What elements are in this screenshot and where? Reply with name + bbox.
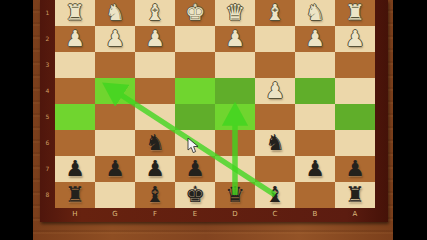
black-p-piece: ♟: [295, 156, 335, 182]
square-b4[interactable]: [295, 78, 335, 104]
rank-label: 4: [40, 78, 55, 104]
square-c5[interactable]: [255, 104, 295, 130]
black-p-piece: ♟: [335, 156, 375, 182]
square-a4[interactable]: [335, 78, 375, 104]
square-h1[interactable]: ♜: [55, 0, 95, 26]
white-r-piece: ♜: [55, 0, 95, 26]
white-p-piece: ♟: [95, 26, 135, 52]
file-label: A: [335, 208, 375, 222]
white-n-piece: ♞: [95, 0, 135, 26]
square-c1[interactable]: ♝: [255, 0, 295, 26]
black-k-piece: ♚: [175, 182, 215, 208]
chess-board-frame: 12345678 ♜♞♝♚♛♝♞♜♟♟♟♟♟♟♟♞♞♟♟♟♟♟♟♜♝♚♛♝♜ H…: [40, 0, 388, 222]
square-h7[interactable]: ♟: [55, 156, 95, 182]
square-g6[interactable]: [95, 130, 135, 156]
rank-label: 8: [40, 182, 55, 208]
square-g8[interactable]: [95, 182, 135, 208]
file-label: D: [215, 208, 255, 222]
square-d8[interactable]: ♛: [215, 182, 255, 208]
square-f5[interactable]: [135, 104, 175, 130]
square-e6[interactable]: [175, 130, 215, 156]
square-d4[interactable]: [215, 78, 255, 104]
rank-label: 5: [40, 104, 55, 130]
square-b3[interactable]: [295, 52, 335, 78]
black-n-piece: ♞: [135, 130, 175, 156]
square-f6[interactable]: ♞: [135, 130, 175, 156]
square-a3[interactable]: [335, 52, 375, 78]
square-e3[interactable]: [175, 52, 215, 78]
file-label: H: [55, 208, 95, 222]
black-r-piece: ♜: [335, 182, 375, 208]
white-b-piece: ♝: [255, 0, 295, 26]
square-e4[interactable]: [175, 78, 215, 104]
black-p-piece: ♟: [95, 156, 135, 182]
square-b5[interactable]: [295, 104, 335, 130]
black-n-piece: ♞: [255, 130, 295, 156]
white-p-piece: ♟: [335, 26, 375, 52]
white-p-piece: ♟: [55, 26, 95, 52]
rank-labels: 12345678: [40, 0, 55, 208]
square-h2[interactable]: ♟: [55, 26, 95, 52]
square-a6[interactable]: [335, 130, 375, 156]
white-q-piece: ♛: [215, 0, 255, 26]
black-q-piece: ♛: [215, 182, 255, 208]
square-f3[interactable]: [135, 52, 175, 78]
square-g3[interactable]: [95, 52, 135, 78]
square-c8[interactable]: ♝: [255, 182, 295, 208]
black-p-piece: ♟: [55, 156, 95, 182]
square-e1[interactable]: ♚: [175, 0, 215, 26]
square-g5[interactable]: [95, 104, 135, 130]
black-p-piece: ♟: [135, 156, 175, 182]
square-c7[interactable]: [255, 156, 295, 182]
white-r-piece: ♜: [335, 0, 375, 26]
rank-label: 1: [40, 0, 55, 26]
square-a2[interactable]: ♟: [335, 26, 375, 52]
square-e7[interactable]: ♟: [175, 156, 215, 182]
square-d1[interactable]: ♛: [215, 0, 255, 26]
letterbox-bar-left: [0, 0, 33, 240]
square-b2[interactable]: ♟: [295, 26, 335, 52]
square-f2[interactable]: ♟: [135, 26, 175, 52]
black-p-piece: ♟: [175, 156, 215, 182]
square-e5[interactable]: [175, 104, 215, 130]
square-b8[interactable]: [295, 182, 335, 208]
file-labels: HGFEDCBA: [55, 208, 375, 222]
letterbox-bar-right: [393, 0, 427, 240]
chess-board[interactable]: ♜♞♝♚♛♝♞♜♟♟♟♟♟♟♟♞♞♟♟♟♟♟♟♜♝♚♛♝♜: [55, 0, 375, 208]
rank-label: 2: [40, 26, 55, 52]
square-d7[interactable]: [215, 156, 255, 182]
file-label: G: [95, 208, 135, 222]
square-c2[interactable]: [255, 26, 295, 52]
square-c3[interactable]: [255, 52, 295, 78]
black-b-piece: ♝: [135, 182, 175, 208]
square-c4[interactable]: ♟: [255, 78, 295, 104]
square-d6[interactable]: [215, 130, 255, 156]
square-h3[interactable]: [55, 52, 95, 78]
square-h8[interactable]: ♜: [55, 182, 95, 208]
square-f8[interactable]: ♝: [135, 182, 175, 208]
square-h5[interactable]: [55, 104, 95, 130]
square-g7[interactable]: ♟: [95, 156, 135, 182]
white-p-piece: ♟: [215, 26, 255, 52]
square-d3[interactable]: [215, 52, 255, 78]
square-g1[interactable]: ♞: [95, 0, 135, 26]
rank-label: 6: [40, 130, 55, 156]
square-a1[interactable]: ♜: [335, 0, 375, 26]
black-b-piece: ♝: [255, 182, 295, 208]
square-a7[interactable]: ♟: [335, 156, 375, 182]
square-d2[interactable]: ♟: [215, 26, 255, 52]
square-e2[interactable]: [175, 26, 215, 52]
file-label: F: [135, 208, 175, 222]
rank-label: 3: [40, 52, 55, 78]
square-f7[interactable]: ♟: [135, 156, 175, 182]
square-f4[interactable]: [135, 78, 175, 104]
white-p-piece: ♟: [295, 26, 335, 52]
square-d5[interactable]: [215, 104, 255, 130]
square-b7[interactable]: ♟: [295, 156, 335, 182]
square-f1[interactable]: ♝: [135, 0, 175, 26]
file-label: E: [175, 208, 215, 222]
square-g2[interactable]: ♟: [95, 26, 135, 52]
file-label: B: [295, 208, 335, 222]
black-r-piece: ♜: [55, 182, 95, 208]
square-c6[interactable]: ♞: [255, 130, 295, 156]
white-p-piece: ♟: [135, 26, 175, 52]
square-h4[interactable]: [55, 78, 95, 104]
square-b1[interactable]: ♞: [295, 0, 335, 26]
rank-label: 7: [40, 156, 55, 182]
square-b6[interactable]: [295, 130, 335, 156]
square-h6[interactable]: [55, 130, 95, 156]
white-n-piece: ♞: [295, 0, 335, 26]
square-g4[interactable]: [95, 78, 135, 104]
white-b-piece: ♝: [135, 0, 175, 26]
video-frame: 12345678 ♜♞♝♚♛♝♞♜♟♟♟♟♟♟♟♞♞♟♟♟♟♟♟♜♝♚♛♝♜ H…: [0, 0, 427, 240]
file-label: C: [255, 208, 295, 222]
white-p-piece: ♟: [255, 78, 295, 104]
square-e8[interactable]: ♚: [175, 182, 215, 208]
white-k-piece: ♚: [175, 0, 215, 26]
square-a8[interactable]: ♜: [335, 182, 375, 208]
square-a5[interactable]: [335, 104, 375, 130]
